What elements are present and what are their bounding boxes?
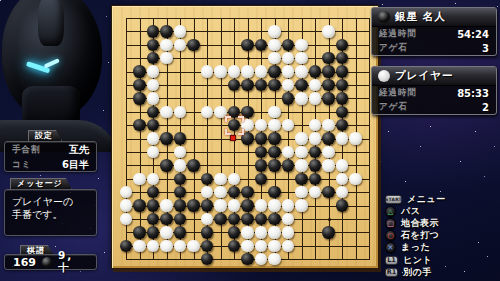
black-stone bbox=[174, 186, 187, 199]
black-stone bbox=[133, 226, 146, 239]
komi-label: コミ bbox=[12, 159, 31, 171]
black-stone bbox=[174, 213, 187, 226]
black-stone bbox=[147, 226, 160, 239]
white-stone bbox=[174, 106, 187, 119]
black-stone bbox=[133, 92, 146, 105]
white-stone bbox=[282, 226, 295, 239]
black-stone bbox=[268, 213, 281, 226]
white-stone bbox=[201, 65, 214, 78]
player-name: プレイヤー bbox=[395, 69, 453, 83]
white-stone bbox=[336, 186, 349, 199]
white-stone bbox=[160, 199, 173, 212]
black-stone bbox=[201, 199, 214, 212]
white-stone bbox=[336, 159, 349, 172]
white-stone bbox=[147, 79, 160, 92]
white-stone bbox=[295, 186, 308, 199]
black-stone bbox=[201, 240, 214, 253]
black-stone bbox=[187, 199, 200, 212]
white-stone bbox=[295, 146, 308, 159]
grid-line bbox=[369, 18, 370, 260]
white-stone bbox=[214, 199, 227, 212]
black-stone bbox=[309, 65, 322, 78]
black-stone bbox=[228, 213, 241, 226]
white-stone bbox=[268, 240, 281, 253]
white-stone bbox=[268, 199, 281, 212]
player-header: プレイヤー bbox=[372, 67, 496, 86]
black-stone bbox=[241, 186, 254, 199]
black-stone bbox=[336, 79, 349, 92]
komi-value: 6目半 bbox=[62, 158, 89, 172]
black-stone bbox=[268, 186, 281, 199]
black-stone bbox=[241, 79, 254, 92]
handicap-value: 互先 bbox=[69, 143, 89, 157]
white-stone bbox=[160, 106, 173, 119]
black-stone bbox=[336, 39, 349, 52]
black-stone bbox=[147, 213, 160, 226]
black-stone bbox=[147, 199, 160, 212]
white-stone bbox=[268, 39, 281, 52]
white-stone bbox=[255, 226, 268, 239]
hint-control[interactable]: L1 ヒント bbox=[385, 254, 446, 266]
white-stone bbox=[120, 199, 133, 212]
white-stone bbox=[255, 199, 268, 212]
white-stone bbox=[295, 199, 308, 212]
black-stone-icon bbox=[378, 11, 390, 23]
black-stone bbox=[322, 79, 335, 92]
black-stone bbox=[174, 173, 187, 186]
white-stone bbox=[187, 240, 200, 253]
white-stone bbox=[309, 119, 322, 132]
black-stone bbox=[309, 173, 322, 186]
black-stone bbox=[336, 106, 349, 119]
white-stone bbox=[309, 132, 322, 145]
white-stone bbox=[147, 132, 160, 145]
white-stone bbox=[309, 79, 322, 92]
white-stone bbox=[268, 226, 281, 239]
black-stone bbox=[268, 132, 281, 145]
black-stone bbox=[147, 52, 160, 65]
white-stone bbox=[174, 146, 187, 159]
white-stone bbox=[282, 240, 295, 253]
start-button-icon[interactable]: START bbox=[385, 195, 402, 204]
black-stone bbox=[268, 65, 281, 78]
white-stone bbox=[147, 240, 160, 253]
message-panel: プレイヤーの 手番です。 bbox=[4, 189, 97, 236]
white-stone bbox=[309, 92, 322, 105]
player-captures-row: アゲ石 2 bbox=[372, 100, 496, 114]
white-stone bbox=[133, 173, 146, 186]
captures-label: アゲ石 bbox=[379, 101, 408, 113]
circle-button-icon[interactable]: ○ bbox=[385, 230, 396, 241]
time-label: 経過時間 bbox=[379, 87, 417, 99]
black-stone bbox=[228, 186, 241, 199]
white-stone bbox=[120, 186, 133, 199]
black-stone bbox=[160, 213, 173, 226]
black-stone bbox=[174, 132, 187, 145]
white-stone bbox=[174, 240, 187, 253]
black-stone bbox=[147, 39, 160, 52]
kifu-row: 169 9, 十 bbox=[5, 255, 96, 269]
opponent-info-panel: 銀星 名人 経過時間 54:24 アゲ石 3 bbox=[371, 7, 497, 56]
white-stone bbox=[160, 52, 173, 65]
square-button-icon[interactable]: □ bbox=[385, 218, 396, 229]
black-stone bbox=[120, 240, 133, 253]
white-stone bbox=[282, 199, 295, 212]
white-stone bbox=[214, 186, 227, 199]
black-stone bbox=[228, 226, 241, 239]
menu-control[interactable]: START メニュー bbox=[385, 193, 446, 205]
black-stone bbox=[336, 199, 349, 212]
robot-crest bbox=[38, 0, 64, 46]
message-text: プレイヤーの 手番です。 bbox=[5, 190, 96, 226]
white-stone bbox=[268, 106, 281, 119]
go-board[interactable] bbox=[111, 5, 379, 269]
move-stone-icon bbox=[42, 257, 52, 268]
black-stone bbox=[160, 159, 173, 172]
white-stone bbox=[133, 240, 146, 253]
black-stone bbox=[322, 186, 335, 199]
black-stone bbox=[147, 25, 160, 38]
black-stone bbox=[214, 213, 227, 226]
black-stone bbox=[282, 159, 295, 172]
black-stone bbox=[201, 173, 214, 186]
white-stone bbox=[201, 213, 214, 226]
black-stone bbox=[241, 39, 254, 52]
triangle-button-icon[interactable]: △ bbox=[385, 206, 396, 217]
red-square-marker bbox=[230, 135, 236, 141]
captures-label: アゲ石 bbox=[379, 42, 408, 54]
white-stone bbox=[147, 173, 160, 186]
black-stone bbox=[322, 92, 335, 105]
black-stone bbox=[282, 92, 295, 105]
white-stone bbox=[255, 65, 268, 78]
black-stone bbox=[336, 65, 349, 78]
black-stone bbox=[309, 146, 322, 159]
move-number: 169 bbox=[13, 256, 36, 269]
black-stone bbox=[322, 132, 335, 145]
opponent-captures: 3 bbox=[482, 43, 489, 54]
opponent-name: 銀星 名人 bbox=[395, 10, 446, 24]
black-stone bbox=[322, 65, 335, 78]
black-stone bbox=[255, 213, 268, 226]
player-info-panel: プレイヤー 経過時間 85:33 アゲ石 2 bbox=[371, 66, 497, 115]
black-stone bbox=[255, 132, 268, 145]
komi-row: コミ 6目半 bbox=[5, 157, 96, 172]
last-move-cursor bbox=[225, 116, 244, 135]
black-stone bbox=[187, 39, 200, 52]
player-captures: 2 bbox=[482, 102, 489, 113]
black-stone bbox=[174, 199, 187, 212]
opponent-avatar bbox=[0, 0, 114, 152]
message-line1: プレイヤーの bbox=[12, 195, 89, 208]
black-stone bbox=[268, 79, 281, 92]
black-stone bbox=[133, 79, 146, 92]
settings-panel: 手合割 互先 コミ 6目半 bbox=[4, 141, 97, 172]
white-stone bbox=[295, 39, 308, 52]
time-label: 経過時間 bbox=[379, 28, 417, 40]
white-stone bbox=[295, 132, 308, 145]
r1-button-icon[interactable]: R1 bbox=[385, 268, 398, 277]
white-stone bbox=[282, 146, 295, 159]
white-stone bbox=[295, 92, 308, 105]
white-stone bbox=[349, 132, 362, 145]
black-stone bbox=[309, 159, 322, 172]
white-stone bbox=[241, 65, 254, 78]
black-stone bbox=[160, 132, 173, 145]
opponent-header: 銀星 名人 bbox=[372, 8, 496, 27]
black-stone bbox=[133, 199, 146, 212]
white-stone bbox=[268, 119, 281, 132]
white-stone bbox=[282, 79, 295, 92]
black-stone bbox=[147, 106, 160, 119]
white-stone bbox=[241, 240, 254, 253]
white-stone bbox=[282, 65, 295, 78]
white-stone bbox=[228, 173, 241, 186]
undo-control[interactable]: ✕ まった bbox=[385, 242, 446, 254]
white-stone bbox=[322, 159, 335, 172]
alt-move-control[interactable]: R1 別の手 bbox=[385, 266, 446, 278]
black-stone bbox=[336, 92, 349, 105]
black-stone bbox=[295, 173, 308, 186]
white-stone bbox=[309, 186, 322, 199]
black-stone bbox=[160, 25, 173, 38]
handicap-row: 手合割 互先 bbox=[5, 142, 96, 157]
pass-control[interactable]: △ パス bbox=[385, 205, 446, 217]
white-stone bbox=[349, 173, 362, 186]
black-stone bbox=[322, 226, 335, 239]
black-stone bbox=[201, 226, 214, 239]
message-tab: メッセージ bbox=[10, 178, 72, 189]
black-stone bbox=[228, 79, 241, 92]
white-stone bbox=[174, 25, 187, 38]
white-stone bbox=[214, 173, 227, 186]
hoshi-point bbox=[247, 57, 250, 60]
white-stone bbox=[228, 65, 241, 78]
black-stone bbox=[255, 39, 268, 52]
black-stone bbox=[255, 146, 268, 159]
white-stone bbox=[268, 253, 281, 266]
territory-control[interactable]: □ 地合表示 bbox=[385, 217, 446, 229]
opponent-time: 54:24 bbox=[457, 29, 489, 40]
black-stone bbox=[228, 240, 241, 253]
player-time-row: 経過時間 85:33 bbox=[372, 86, 496, 100]
controller-legend: START メニュー △ パス □ 地合表示 ○ 石を打つ ✕ まった L1 ヒ… bbox=[385, 193, 446, 278]
white-stone bbox=[282, 119, 295, 132]
black-stone bbox=[174, 226, 187, 239]
white-stone-icon bbox=[378, 70, 390, 82]
message-line2: 手番です。 bbox=[12, 208, 89, 221]
white-stone bbox=[255, 240, 268, 253]
white-stone bbox=[228, 199, 241, 212]
handicap-label: 手合割 bbox=[12, 144, 41, 156]
opponent-captures-row: アゲ石 3 bbox=[372, 41, 496, 55]
black-stone bbox=[282, 39, 295, 52]
white-stone bbox=[174, 39, 187, 52]
white-stone bbox=[120, 213, 133, 226]
white-stone bbox=[255, 119, 268, 132]
white-stone bbox=[174, 159, 187, 172]
white-stone bbox=[282, 213, 295, 226]
white-stone bbox=[147, 92, 160, 105]
white-stone bbox=[268, 52, 281, 65]
black-stone bbox=[133, 119, 146, 132]
white-stone bbox=[295, 159, 308, 172]
black-stone bbox=[241, 199, 254, 212]
white-stone bbox=[201, 186, 214, 199]
black-stone bbox=[295, 79, 308, 92]
black-stone bbox=[336, 52, 349, 65]
opponent-time-row: 経過時間 54:24 bbox=[372, 27, 496, 41]
white-stone bbox=[336, 132, 349, 145]
black-stone bbox=[268, 159, 281, 172]
white-stone bbox=[336, 173, 349, 186]
player-time: 85:33 bbox=[457, 88, 489, 99]
white-stone bbox=[160, 226, 173, 239]
black-stone bbox=[255, 159, 268, 172]
black-stone bbox=[322, 52, 335, 65]
black-stone bbox=[187, 159, 200, 172]
white-stone bbox=[147, 146, 160, 159]
black-stone bbox=[241, 213, 254, 226]
white-stone bbox=[214, 65, 227, 78]
white-stone bbox=[282, 52, 295, 65]
white-stone bbox=[255, 253, 268, 266]
move-coordinate: 9, 十 bbox=[58, 249, 88, 275]
black-stone bbox=[147, 119, 160, 132]
white-stone bbox=[201, 106, 214, 119]
hoshi-point bbox=[328, 218, 331, 221]
white-stone bbox=[241, 226, 254, 239]
black-stone bbox=[133, 65, 146, 78]
l1-button-icon[interactable]: L1 bbox=[385, 256, 398, 265]
white-stone bbox=[295, 65, 308, 78]
black-stone bbox=[255, 79, 268, 92]
white-stone bbox=[322, 119, 335, 132]
white-stone bbox=[322, 146, 335, 159]
cross-button-icon[interactable]: ✕ bbox=[385, 242, 396, 253]
white-stone bbox=[160, 39, 173, 52]
black-stone bbox=[268, 146, 281, 159]
white-stone bbox=[295, 52, 308, 65]
black-stone bbox=[336, 119, 349, 132]
grid-line bbox=[126, 179, 370, 180]
black-stone bbox=[255, 173, 268, 186]
place-stone-control[interactable]: ○ 石を打つ bbox=[385, 230, 446, 242]
white-stone bbox=[268, 25, 281, 38]
white-stone bbox=[160, 240, 173, 253]
white-stone bbox=[322, 25, 335, 38]
kifu-panel: 169 9, 十 bbox=[4, 254, 97, 270]
black-stone bbox=[147, 186, 160, 199]
black-stone bbox=[241, 253, 254, 266]
black-stone bbox=[201, 253, 214, 266]
white-stone bbox=[147, 65, 160, 78]
